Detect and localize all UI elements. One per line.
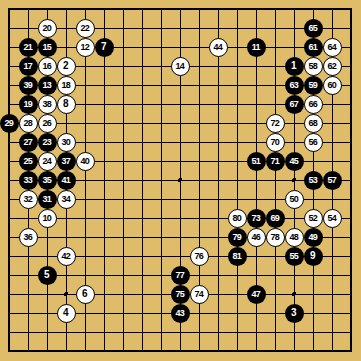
move-number: 58 (308, 62, 316, 71)
move-number: 24 (42, 157, 50, 166)
move-number: 59 (308, 81, 316, 90)
go-stone-10-white: 10 (38, 209, 57, 228)
go-stone-38-white: 38 (38, 95, 57, 114)
move-number: 72 (270, 119, 278, 128)
go-stone-49-black: 49 (304, 228, 323, 247)
move-number: 80 (232, 214, 240, 223)
go-stone-69-black: 69 (266, 209, 285, 228)
go-stone-45-black: 45 (285, 152, 304, 171)
go-stone-57-black: 57 (323, 171, 342, 190)
move-number: 21 (23, 43, 31, 52)
go-stone-42-white: 42 (57, 247, 76, 266)
go-stone-41-black: 41 (57, 171, 76, 190)
go-stone-3-black: 3 (285, 304, 304, 323)
move-number: 63 (289, 81, 297, 90)
move-number: 34 (61, 195, 69, 204)
go-stone-62-white: 62 (323, 57, 342, 76)
move-number: 38 (42, 100, 50, 109)
go-stone-72-white: 72 (266, 114, 285, 133)
go-stone-17-black: 17 (19, 57, 38, 76)
go-stone-52-white: 52 (304, 209, 323, 228)
move-number: 76 (194, 252, 202, 261)
go-stone-56-white: 56 (304, 133, 323, 152)
go-stone-68-white: 68 (304, 114, 323, 133)
move-number: 18 (61, 81, 69, 90)
go-stone-58-white: 58 (304, 57, 323, 76)
go-stone-60-white: 60 (323, 76, 342, 95)
move-number: 8 (63, 99, 69, 109)
go-stone-47-black: 47 (247, 285, 266, 304)
move-number: 7 (101, 42, 107, 52)
move-number: 74 (194, 290, 202, 299)
go-stone-61-black: 61 (304, 38, 323, 57)
go-stone-8-white: 8 (57, 95, 76, 114)
go-stone-21-black: 21 (19, 38, 38, 57)
go-stone-7-black: 7 (95, 38, 114, 57)
go-stone-39-black: 39 (19, 76, 38, 95)
move-number: 33 (23, 176, 31, 185)
go-stone-30-white: 30 (57, 133, 76, 152)
move-number: 81 (232, 252, 240, 261)
go-stone-40-white: 40 (76, 152, 95, 171)
move-number: 37 (61, 157, 69, 166)
move-number: 73 (251, 214, 259, 223)
move-number: 45 (289, 157, 297, 166)
move-number: 49 (308, 233, 316, 242)
move-number: 27 (23, 138, 31, 147)
go-stone-66-white: 66 (304, 95, 323, 114)
go-board[interactable]: 1234567891011121314151617181920212223242… (0, 0, 361, 361)
go-stone-15-black: 15 (38, 38, 57, 57)
move-number: 46 (251, 233, 259, 242)
move-number: 61 (308, 43, 316, 52)
move-number: 52 (308, 214, 316, 223)
go-stone-74-white: 74 (190, 285, 209, 304)
go-stone-70-white: 70 (266, 133, 285, 152)
go-stone-36-white: 36 (19, 228, 38, 247)
go-stone-32-white: 32 (19, 190, 38, 209)
go-stone-81-black: 81 (228, 247, 247, 266)
move-number: 50 (289, 195, 297, 204)
go-stone-24-white: 24 (38, 152, 57, 171)
move-number: 10 (42, 214, 50, 223)
move-number: 36 (23, 233, 31, 242)
go-stone-20-white: 20 (38, 19, 57, 38)
go-stone-13-black: 13 (38, 76, 57, 95)
move-number: 48 (289, 233, 297, 242)
move-number: 3 (291, 308, 297, 318)
go-stone-79-black: 79 (228, 228, 247, 247)
move-number: 66 (308, 100, 316, 109)
go-stone-53-black: 53 (304, 171, 323, 190)
go-stone-48-white: 48 (285, 228, 304, 247)
go-stone-33-black: 33 (19, 171, 38, 190)
go-stone-26-white: 26 (38, 114, 57, 133)
move-number: 51 (251, 157, 259, 166)
move-number: 11 (252, 43, 260, 52)
move-number: 65 (308, 24, 316, 33)
go-stone-51-black: 51 (247, 152, 266, 171)
move-number: 64 (327, 43, 335, 52)
go-stone-27-black: 27 (19, 133, 38, 152)
move-number: 13 (42, 81, 50, 90)
move-number: 4 (63, 308, 69, 318)
move-number: 1 (291, 61, 297, 71)
move-number: 40 (80, 157, 88, 166)
go-stone-63-black: 63 (285, 76, 304, 95)
move-number: 5 (44, 270, 50, 280)
go-stone-80-white: 80 (228, 209, 247, 228)
go-stone-11-black: 11 (247, 38, 266, 57)
move-number: 39 (23, 81, 31, 90)
move-number: 28 (23, 119, 31, 128)
move-number: 77 (175, 271, 183, 280)
move-number: 9 (310, 251, 316, 261)
move-number: 79 (232, 233, 240, 242)
go-stone-5-black: 5 (38, 266, 57, 285)
go-stone-50-white: 50 (285, 190, 304, 209)
go-stone-65-black: 65 (304, 19, 323, 38)
go-stone-23-black: 23 (38, 133, 57, 152)
go-stone-12-white: 12 (76, 38, 95, 57)
stones-layer: 1234567891011121314151617181920212223242… (0, 0, 361, 361)
move-number: 75 (175, 290, 183, 299)
move-number: 70 (270, 138, 278, 147)
go-stone-35-black: 35 (38, 171, 57, 190)
go-stone-29-black: 29 (0, 114, 19, 133)
move-number: 31 (42, 195, 50, 204)
move-number: 23 (42, 138, 50, 147)
move-number: 67 (289, 100, 297, 109)
go-stone-18-white: 18 (57, 76, 76, 95)
go-stone-19-black: 19 (19, 95, 38, 114)
go-stone-34-white: 34 (57, 190, 76, 209)
go-stone-6-white: 6 (76, 285, 95, 304)
go-stone-76-white: 76 (190, 247, 209, 266)
move-number: 68 (308, 119, 316, 128)
move-number: 43 (175, 309, 183, 318)
move-number: 20 (42, 24, 50, 33)
go-stone-14-white: 14 (171, 57, 190, 76)
go-stone-28-white: 28 (19, 114, 38, 133)
go-stone-59-black: 59 (304, 76, 323, 95)
go-stone-75-black: 75 (171, 285, 190, 304)
move-number: 2 (63, 61, 69, 71)
go-stone-54-white: 54 (323, 209, 342, 228)
go-stone-31-black: 31 (38, 190, 57, 209)
go-stone-4-white: 4 (57, 304, 76, 323)
go-stone-16-white: 16 (38, 57, 57, 76)
move-number: 55 (289, 252, 297, 261)
move-number: 22 (80, 24, 88, 33)
move-number: 19 (23, 100, 31, 109)
move-number: 44 (213, 43, 221, 52)
move-number: 32 (23, 195, 31, 204)
move-number: 29 (4, 119, 12, 128)
move-number: 69 (270, 214, 278, 223)
go-stone-22-white: 22 (76, 19, 95, 38)
move-number: 56 (308, 138, 316, 147)
move-number: 17 (23, 62, 31, 71)
go-stone-64-white: 64 (323, 38, 342, 57)
go-stone-71-black: 71 (266, 152, 285, 171)
go-stone-9-black: 9 (304, 247, 323, 266)
move-number: 25 (23, 157, 31, 166)
move-number: 62 (327, 62, 335, 71)
move-number: 14 (175, 62, 183, 71)
move-number: 6 (82, 289, 88, 299)
move-number: 42 (61, 252, 69, 261)
go-stone-55-black: 55 (285, 247, 304, 266)
move-number: 41 (61, 176, 69, 185)
move-number: 12 (80, 43, 88, 52)
go-stone-77-black: 77 (171, 266, 190, 285)
move-number: 30 (61, 138, 69, 147)
go-stone-25-black: 25 (19, 152, 38, 171)
move-number: 47 (251, 290, 259, 299)
go-stone-78-white: 78 (266, 228, 285, 247)
go-stone-67-black: 67 (285, 95, 304, 114)
move-number: 53 (308, 176, 316, 185)
go-stone-37-black: 37 (57, 152, 76, 171)
move-number: 54 (327, 214, 335, 223)
go-stone-73-black: 73 (247, 209, 266, 228)
move-number: 78 (270, 233, 278, 242)
move-number: 15 (42, 43, 50, 52)
move-number: 57 (327, 176, 335, 185)
go-stone-2-white: 2 (57, 57, 76, 76)
move-number: 60 (327, 81, 335, 90)
move-number: 16 (42, 62, 50, 71)
go-stone-43-black: 43 (171, 304, 190, 323)
move-number: 35 (42, 176, 50, 185)
go-stone-46-white: 46 (247, 228, 266, 247)
move-number: 71 (270, 157, 278, 166)
go-stone-44-white: 44 (209, 38, 228, 57)
move-number: 26 (42, 119, 50, 128)
go-stone-1-black: 1 (285, 57, 304, 76)
